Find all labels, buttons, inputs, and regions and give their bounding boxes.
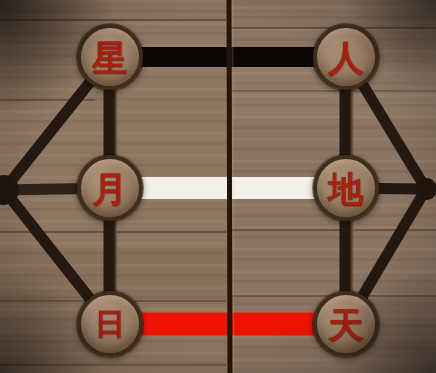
node-disc-moon[interactable]: 月 [77,155,143,221]
node-disc-man[interactable]: 人 [313,24,379,90]
puzzle-board: 星 人 月 地 日 天 [0,0,436,373]
char-man: 人 [329,40,364,75]
panel-seam-highlight [233,0,234,373]
char-heaven: 天 [329,307,364,342]
node-disc-earth[interactable]: 地 [313,155,379,221]
char-moon: 月 [93,171,128,206]
char-sun: 日 [95,309,125,339]
panel-seam [229,0,230,373]
char-earth: 地 [329,171,364,206]
node-disc-sun[interactable]: 日 [77,291,143,357]
char-star: 星 [93,40,128,75]
right-hub-junction [415,178,436,200]
node-disc-heaven[interactable]: 天 [313,291,379,357]
node-disc-star[interactable]: 星 [77,24,143,90]
